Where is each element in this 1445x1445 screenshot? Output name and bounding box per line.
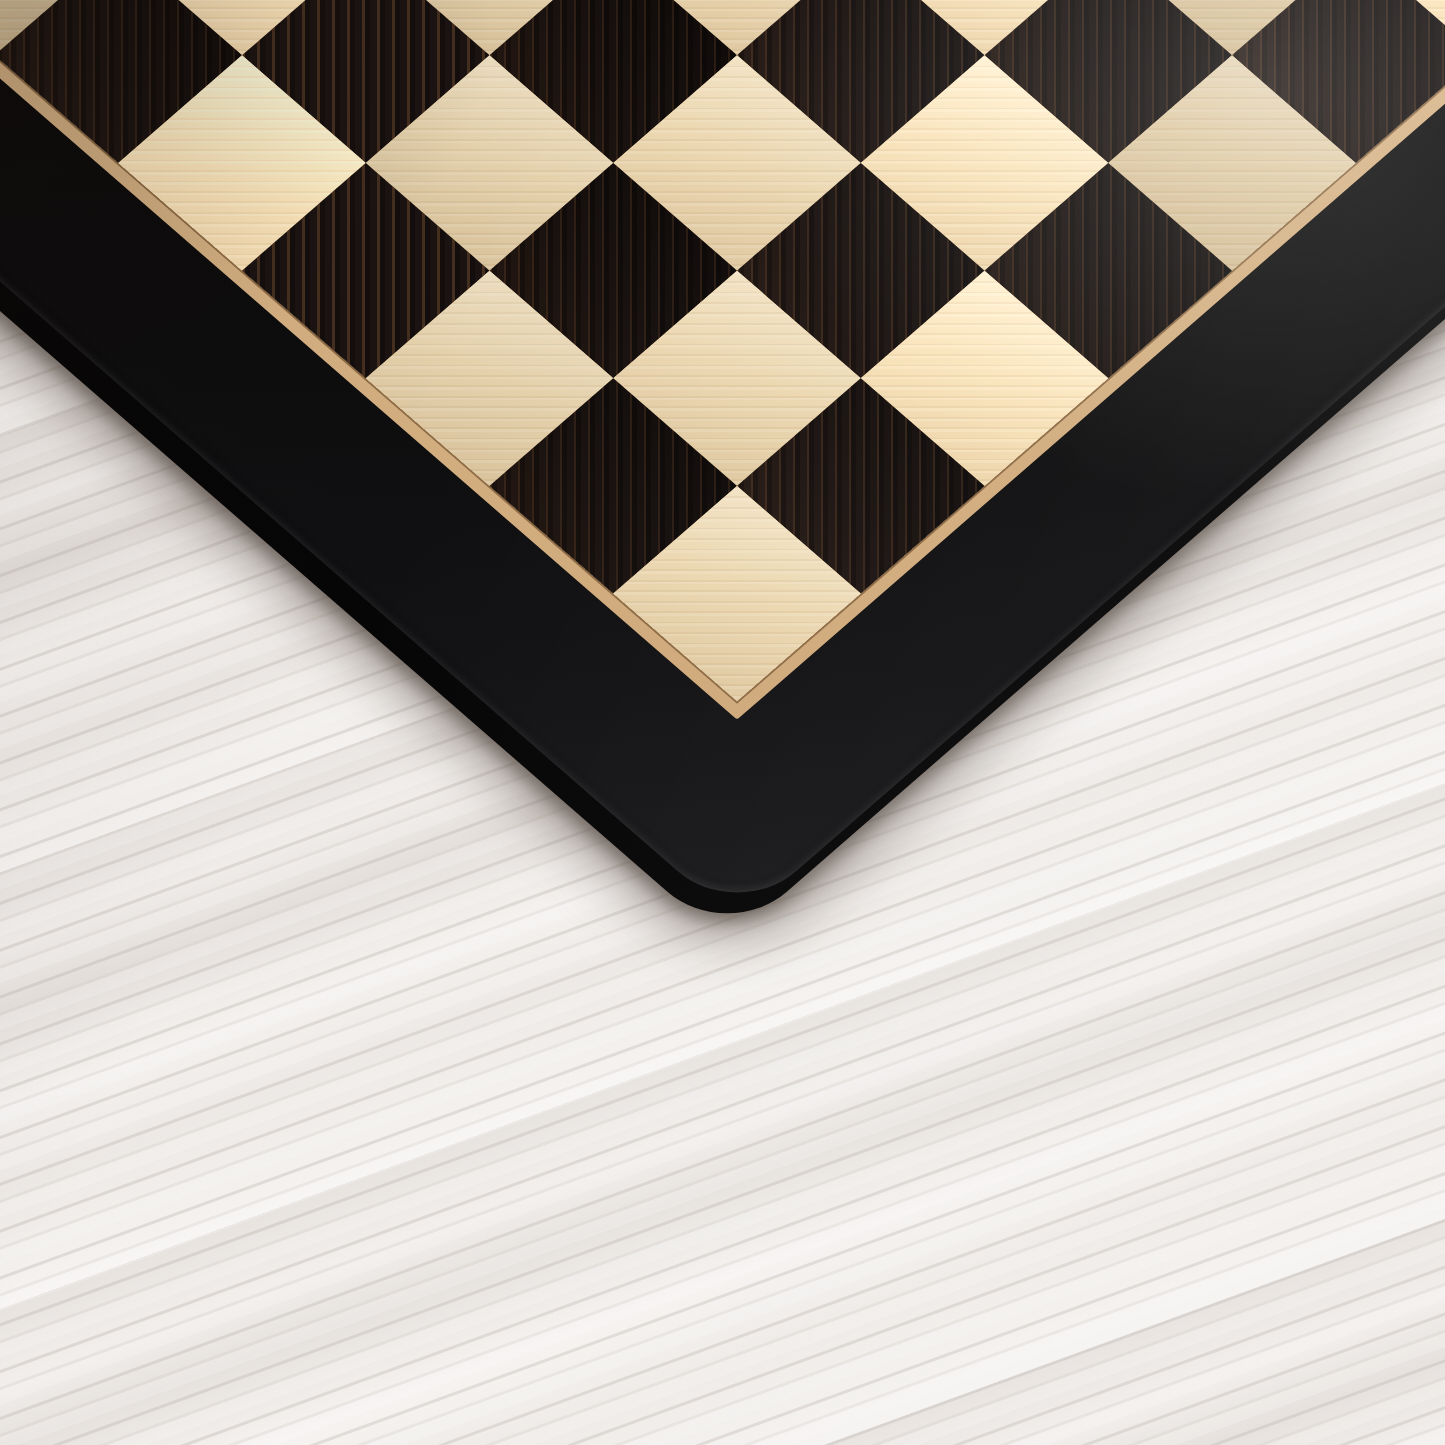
- photo-stage: [0, 0, 1445, 1445]
